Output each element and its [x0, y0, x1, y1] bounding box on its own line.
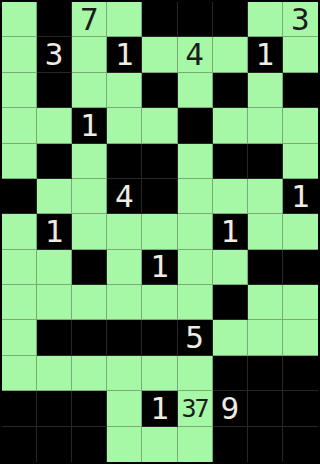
cell-r8c9[interactable] [283, 250, 318, 285]
cell-r8c7[interactable] [213, 250, 248, 285]
cell-r8c8[interactable] [248, 250, 283, 285]
cell-r10c1[interactable] [2, 320, 37, 355]
cell-r9c5[interactable] [142, 285, 177, 320]
cell-r8c2[interactable] [37, 250, 72, 285]
cell-r12c9[interactable] [283, 391, 318, 426]
cell-r9c4[interactable] [107, 285, 142, 320]
cell-r1c6[interactable] [178, 2, 213, 37]
cell-r10c3[interactable] [72, 320, 107, 355]
cell-r12c1[interactable] [2, 391, 37, 426]
cell-r3c3[interactable] [72, 73, 107, 108]
cell-r5c5[interactable] [142, 144, 177, 179]
cell-r6c1[interactable] [2, 179, 37, 214]
cell-r3c2[interactable] [37, 73, 72, 108]
cell-r7c5[interactable] [142, 214, 177, 249]
cell-r4c5[interactable] [142, 108, 177, 143]
cell-r2c8[interactable]: 1 [248, 37, 283, 72]
cell-r5c1[interactable] [2, 144, 37, 179]
cell-r13c2[interactable] [37, 427, 72, 462]
cell-r3c6[interactable] [178, 73, 213, 108]
cell-r11c7[interactable] [213, 356, 248, 391]
cell-r3c4[interactable] [107, 73, 142, 108]
cell-r6c4[interactable]: 4 [107, 179, 142, 214]
cell-r1c4[interactable] [107, 2, 142, 37]
cell-r8c5[interactable]: 1 [142, 250, 177, 285]
cell-r9c1[interactable] [2, 285, 37, 320]
cell-r8c4[interactable] [107, 250, 142, 285]
cell-r4c8[interactable] [248, 108, 283, 143]
cell-r2c9[interactable] [283, 37, 318, 72]
cell-r2c1[interactable] [2, 37, 37, 72]
cell-r7c8[interactable] [248, 214, 283, 249]
cell-r6c3[interactable] [72, 179, 107, 214]
cell-r2c5[interactable] [142, 37, 177, 72]
cell-r1c7[interactable] [213, 2, 248, 37]
cell-r11c8[interactable] [248, 356, 283, 391]
cell-r4c9[interactable] [283, 108, 318, 143]
cell-r5c2[interactable] [37, 144, 72, 179]
cell-r10c9[interactable] [283, 320, 318, 355]
cell-r7c6[interactable] [178, 214, 213, 249]
cell-r13c7[interactable] [213, 427, 248, 462]
cell-r11c4[interactable] [107, 356, 142, 391]
puzzle-page: 73314114111151379 [0, 0, 320, 467]
cell-r13c1[interactable] [2, 427, 37, 462]
cell-r3c9[interactable] [283, 73, 318, 108]
cell-r5c4[interactable] [107, 144, 142, 179]
cell-r2c2[interactable]: 3 [37, 37, 72, 72]
cell-r5c8[interactable] [248, 144, 283, 179]
cell-r6c6[interactable] [178, 179, 213, 214]
cell-r9c8[interactable] [248, 285, 283, 320]
cell-r10c5[interactable] [142, 320, 177, 355]
cell-r1c1[interactable] [2, 2, 37, 37]
cell-r5c9[interactable] [283, 144, 318, 179]
cell-r10c6[interactable]: 5 [178, 320, 213, 355]
cell-r9c6[interactable] [178, 285, 213, 320]
cell-r1c3[interactable]: 7 [72, 2, 107, 37]
cell-r13c8[interactable] [248, 427, 283, 462]
cell-r1c9[interactable]: 3 [283, 2, 318, 37]
cell-r1c2[interactable] [37, 2, 72, 37]
cell-r8c1[interactable] [2, 250, 37, 285]
cell-r3c1[interactable] [2, 73, 37, 108]
cell-r3c7[interactable] [213, 73, 248, 108]
cell-r9c7[interactable] [213, 285, 248, 320]
cell-r9c9[interactable] [283, 285, 318, 320]
cell-r1c5[interactable] [142, 2, 177, 37]
cell-r7c2[interactable]: 1 [37, 214, 72, 249]
cell-r5c7[interactable] [213, 144, 248, 179]
cell-r4c1[interactable] [2, 108, 37, 143]
cell-r7c1[interactable] [2, 214, 37, 249]
cell-r2c6[interactable]: 4 [178, 37, 213, 72]
cell-r13c6[interactable] [178, 427, 213, 462]
cell-r6c5[interactable] [142, 179, 177, 214]
cell-r13c9[interactable] [283, 427, 318, 462]
cell-r12c7[interactable]: 9 [213, 391, 248, 426]
cell-r11c1[interactable] [2, 356, 37, 391]
cell-r12c4[interactable] [107, 391, 142, 426]
cell-r11c2[interactable] [37, 356, 72, 391]
cell-r7c7[interactable]: 1 [213, 214, 248, 249]
cell-r1c8[interactable] [248, 2, 283, 37]
cell-r8c6[interactable] [178, 250, 213, 285]
cell-r10c8[interactable] [248, 320, 283, 355]
cell-r6c7[interactable] [213, 179, 248, 214]
cell-r4c7[interactable] [213, 108, 248, 143]
cell-r4c4[interactable] [107, 108, 142, 143]
cell-r6c8[interactable] [248, 179, 283, 214]
cell-r5c3[interactable] [72, 144, 107, 179]
cell-r12c3[interactable] [72, 391, 107, 426]
cell-r12c2[interactable] [37, 391, 72, 426]
cell-r2c7[interactable] [213, 37, 248, 72]
puzzle-grid: 73314114111151379 [0, 0, 320, 464]
cell-r12c5[interactable]: 1 [142, 391, 177, 426]
cell-r11c5[interactable] [142, 356, 177, 391]
cell-r10c7[interactable] [213, 320, 248, 355]
cell-r12c8[interactable] [248, 391, 283, 426]
cell-r2c3[interactable] [72, 37, 107, 72]
cell-r3c5[interactable] [142, 73, 177, 108]
cell-r11c9[interactable] [283, 356, 318, 391]
cell-r10c4[interactable] [107, 320, 142, 355]
cell-r3c8[interactable] [248, 73, 283, 108]
cell-r13c4[interactable] [107, 427, 142, 462]
cell-r4c6[interactable] [178, 108, 213, 143]
cell-r13c5[interactable] [142, 427, 177, 462]
cell-r8c3[interactable] [72, 250, 107, 285]
cell-r11c6[interactable] [178, 356, 213, 391]
cell-r5c6[interactable] [178, 144, 213, 179]
cell-r7c3[interactable] [72, 214, 107, 249]
cell-r7c9[interactable] [283, 214, 318, 249]
cell-r7c4[interactable] [107, 214, 142, 249]
cell-r9c3[interactable] [72, 285, 107, 320]
cell-r10c2[interactable] [37, 320, 72, 355]
cell-r4c2[interactable] [37, 108, 72, 143]
cell-r6c2[interactable] [37, 179, 72, 214]
cell-r11c3[interactable] [72, 356, 107, 391]
cell-r6c9[interactable]: 1 [283, 179, 318, 214]
cell-r13c3[interactable] [72, 427, 107, 462]
cell-r9c2[interactable] [37, 285, 72, 320]
cell-r4c3[interactable]: 1 [72, 108, 107, 143]
cell-r2c4[interactable]: 1 [107, 37, 142, 72]
cell-r12c6[interactable]: 37 [178, 391, 213, 426]
